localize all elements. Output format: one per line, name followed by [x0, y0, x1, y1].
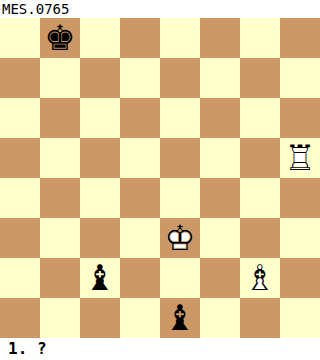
white-rook-piece: ♜♖ — [280, 138, 320, 178]
square-c2[interactable]: ♝ — [80, 258, 120, 298]
square-g3[interactable] — [240, 218, 280, 258]
problem-id-label: MES.0765 — [2, 1, 69, 17]
square-c7[interactable] — [80, 58, 120, 98]
square-e7[interactable] — [160, 58, 200, 98]
square-c5[interactable] — [80, 138, 120, 178]
square-a2[interactable] — [0, 258, 40, 298]
square-e8[interactable] — [160, 18, 200, 58]
square-d5[interactable] — [120, 138, 160, 178]
square-c3[interactable] — [80, 218, 120, 258]
square-h8[interactable] — [280, 18, 320, 58]
square-g8[interactable] — [240, 18, 280, 58]
square-c8[interactable] — [80, 18, 120, 58]
square-h7[interactable] — [280, 58, 320, 98]
square-c1[interactable] — [80, 298, 120, 338]
square-b6[interactable] — [40, 98, 80, 138]
square-b5[interactable] — [40, 138, 80, 178]
square-a6[interactable] — [0, 98, 40, 138]
black-king-piece: ♚ — [40, 18, 80, 58]
square-d4[interactable] — [120, 178, 160, 218]
square-a3[interactable] — [0, 218, 40, 258]
square-h2[interactable] — [280, 258, 320, 298]
black-bishop-piece: ♝ — [80, 258, 120, 298]
square-c4[interactable] — [80, 178, 120, 218]
white-king-piece: ♚♔ — [160, 218, 200, 258]
square-h1[interactable] — [280, 298, 320, 338]
square-e1[interactable]: ♝ — [160, 298, 200, 338]
square-d2[interactable] — [120, 258, 160, 298]
square-f2[interactable] — [200, 258, 240, 298]
square-d1[interactable] — [120, 298, 160, 338]
square-e4[interactable] — [160, 178, 200, 218]
square-e3[interactable]: ♚♔ — [160, 218, 200, 258]
square-h3[interactable] — [280, 218, 320, 258]
square-c6[interactable] — [80, 98, 120, 138]
square-b3[interactable] — [40, 218, 80, 258]
square-h4[interactable] — [280, 178, 320, 218]
square-f1[interactable] — [200, 298, 240, 338]
square-f3[interactable] — [200, 218, 240, 258]
square-f5[interactable] — [200, 138, 240, 178]
black-bishop-piece: ♝ — [160, 298, 200, 338]
square-f7[interactable] — [200, 58, 240, 98]
square-h5[interactable]: ♜♖ — [280, 138, 320, 178]
square-g4[interactable] — [240, 178, 280, 218]
square-g7[interactable] — [240, 58, 280, 98]
square-g5[interactable] — [240, 138, 280, 178]
square-a5[interactable] — [0, 138, 40, 178]
square-e6[interactable] — [160, 98, 200, 138]
square-g1[interactable] — [240, 298, 280, 338]
chess-board: ♚♜♖♚♔♝♝♗♝ — [0, 18, 320, 338]
square-d8[interactable] — [120, 18, 160, 58]
square-b8[interactable]: ♚ — [40, 18, 80, 58]
square-g6[interactable] — [240, 98, 280, 138]
square-b4[interactable] — [40, 178, 80, 218]
square-d3[interactable] — [120, 218, 160, 258]
square-g2[interactable]: ♝♗ — [240, 258, 280, 298]
square-b1[interactable] — [40, 298, 80, 338]
square-d6[interactable] — [120, 98, 160, 138]
square-a4[interactable] — [0, 178, 40, 218]
square-e2[interactable] — [160, 258, 200, 298]
square-d7[interactable] — [120, 58, 160, 98]
move-prompt-label: 1. ? — [8, 339, 47, 358]
square-a1[interactable] — [0, 298, 40, 338]
square-b7[interactable] — [40, 58, 80, 98]
white-bishop-piece: ♝♗ — [240, 258, 280, 298]
square-b2[interactable] — [40, 258, 80, 298]
square-f6[interactable] — [200, 98, 240, 138]
square-a7[interactable] — [0, 58, 40, 98]
square-f4[interactable] — [200, 178, 240, 218]
square-f8[interactable] — [200, 18, 240, 58]
square-h6[interactable] — [280, 98, 320, 138]
square-e5[interactable] — [160, 138, 200, 178]
square-a8[interactable] — [0, 18, 40, 58]
